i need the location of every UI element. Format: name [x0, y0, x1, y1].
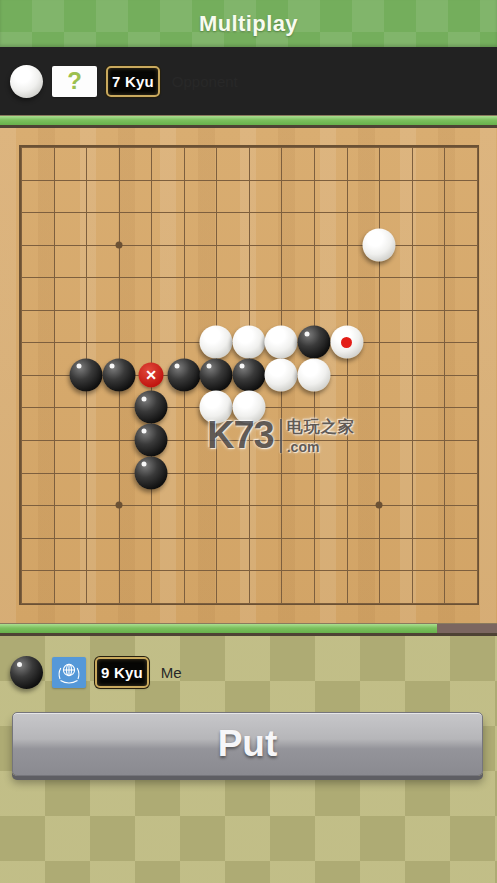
unknown-flag-icon: ? [52, 66, 97, 97]
star-point [115, 502, 122, 509]
grid-line-vertical [444, 147, 445, 603]
opponent-rank-badge: 7 Kyu [106, 66, 160, 97]
stone-black [70, 358, 103, 391]
grid-line-vertical [347, 147, 348, 603]
watermark-text-column: 电玩之家 .com [287, 417, 355, 455]
watermark: K73 电玩之家 .com [207, 417, 355, 455]
watermark-site-name: 电玩之家 [287, 417, 355, 438]
last-move-dot [341, 337, 352, 348]
me-timer-bar [0, 623, 497, 636]
stone-black [232, 358, 265, 391]
star-point [115, 241, 122, 248]
stone-black [102, 358, 135, 391]
opponent-panel: ? 7 Kyu Opponent [0, 47, 497, 115]
stone-white [200, 326, 233, 359]
stone-white [265, 358, 298, 391]
opponent-stone-avatar [10, 65, 43, 98]
me-rank-badge: 9 Kyu [95, 657, 149, 688]
grid-line-vertical [477, 147, 478, 603]
stone-black [135, 391, 168, 424]
put-button[interactable]: Put [12, 712, 483, 776]
bottom-section: 9 Kyu Me Put [0, 636, 497, 883]
board-grid[interactable]: ✕ [21, 147, 477, 603]
put-button-label: Put [218, 723, 278, 765]
un-flag-icon [52, 657, 86, 688]
multiplay-screen: Multiplay ? 7 Kyu Opponent ✕ K73 电玩之家 .c… [0, 0, 497, 883]
me-info-row: 9 Kyu Me [10, 656, 182, 689]
watermark-logo: K73 [207, 417, 274, 453]
stone-black [135, 456, 168, 489]
stone-black [200, 358, 233, 391]
page-title: Multiplay [199, 11, 298, 37]
me-stone-avatar [10, 656, 43, 689]
me-name: Me [161, 664, 182, 681]
grid-line-horizontal [21, 603, 477, 604]
board: ✕ K73 电玩之家 .com [0, 128, 497, 623]
stone-white [265, 326, 298, 359]
star-point [376, 502, 383, 509]
grid-line-horizontal [21, 538, 477, 539]
stone-black [135, 423, 168, 456]
stone-white [232, 326, 265, 359]
header: Multiplay [0, 0, 497, 47]
grid-line-vertical [412, 147, 413, 603]
watermark-domain-suffix: .com [287, 439, 320, 455]
stone-white [330, 326, 363, 359]
grid-line-horizontal [21, 473, 477, 474]
grid-line-vertical [379, 147, 380, 603]
opponent-info-row: ? 7 Kyu Opponent [10, 65, 238, 98]
stone-white [363, 228, 396, 261]
stone-white [297, 358, 330, 391]
me-timer-fill [0, 624, 437, 633]
stone-black [167, 358, 200, 391]
watermark-divider [280, 419, 282, 453]
opponent-timer-fill [0, 116, 497, 125]
grid-line-horizontal [21, 505, 477, 506]
stone-black [297, 326, 330, 359]
forbidden-x-marker: ✕ [139, 362, 164, 387]
opponent-name: Opponent [172, 73, 238, 90]
grid-line-horizontal [21, 570, 477, 571]
opponent-timer-bar [0, 115, 497, 128]
